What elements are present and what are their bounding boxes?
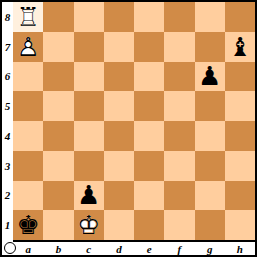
file-label-h: h xyxy=(225,242,255,255)
square-b2[interactable] xyxy=(43,181,73,211)
square-f4[interactable] xyxy=(164,121,194,151)
black-pawn-g6[interactable]: ♟ xyxy=(195,62,225,92)
white-rook-glyph: ♖ xyxy=(16,4,39,30)
square-e6[interactable] xyxy=(134,62,164,92)
file-label-c: c xyxy=(74,242,104,255)
square-b6[interactable] xyxy=(43,62,73,92)
square-f6[interactable] xyxy=(164,62,194,92)
square-b3[interactable] xyxy=(43,151,73,181)
square-h4[interactable] xyxy=(225,121,255,151)
black-king-glyph: ♚ xyxy=(16,212,39,238)
square-b7[interactable] xyxy=(43,32,73,62)
square-a4[interactable] xyxy=(13,121,43,151)
chess-diagram: ♜♖♟♙♝♟♟♚♚♔ 87654321 abcdefgh xyxy=(0,0,257,257)
white-king-glyph: ♔ xyxy=(77,212,100,238)
square-b4[interactable] xyxy=(43,121,73,151)
file-label-e: e xyxy=(134,242,164,255)
square-a1[interactable]: ♚ xyxy=(13,210,43,240)
square-e8[interactable] xyxy=(134,2,164,32)
square-d8[interactable] xyxy=(104,2,134,32)
square-c3[interactable] xyxy=(74,151,104,181)
square-d5[interactable] xyxy=(104,91,134,121)
square-c7[interactable] xyxy=(74,32,104,62)
rank-label-7: 7 xyxy=(2,32,13,62)
square-b8[interactable] xyxy=(43,2,73,32)
file-label-a: a xyxy=(13,242,43,255)
square-c1[interactable]: ♚♔ xyxy=(74,210,104,240)
square-f7[interactable] xyxy=(164,32,194,62)
square-g3[interactable] xyxy=(195,151,225,181)
rank-label-1: 1 xyxy=(2,210,13,240)
white-pawn-glyph: ♙ xyxy=(16,34,39,60)
square-h8[interactable] xyxy=(225,2,255,32)
square-f5[interactable] xyxy=(164,91,194,121)
rank-label-3: 3 xyxy=(2,151,13,181)
white-to-move-indicator xyxy=(4,242,16,254)
white-rook-a8[interactable]: ♜♖ xyxy=(13,2,43,32)
square-c6[interactable] xyxy=(74,62,104,92)
square-g8[interactable] xyxy=(195,2,225,32)
square-c2[interactable]: ♟ xyxy=(74,181,104,211)
black-pawn-c2[interactable]: ♟ xyxy=(74,181,104,211)
square-g4[interactable] xyxy=(195,121,225,151)
square-a5[interactable] xyxy=(13,91,43,121)
square-a2[interactable] xyxy=(13,181,43,211)
square-h2[interactable] xyxy=(225,181,255,211)
file-label-g: g xyxy=(195,242,225,255)
file-labels: abcdefgh xyxy=(13,242,255,255)
square-e3[interactable] xyxy=(134,151,164,181)
square-e4[interactable] xyxy=(134,121,164,151)
square-h3[interactable] xyxy=(225,151,255,181)
square-g6[interactable]: ♟ xyxy=(195,62,225,92)
square-f2[interactable] xyxy=(164,181,194,211)
square-a3[interactable] xyxy=(13,151,43,181)
square-f1[interactable] xyxy=(164,210,194,240)
black-bishop-glyph: ♝ xyxy=(228,34,251,60)
square-e2[interactable] xyxy=(134,181,164,211)
file-label-d: d xyxy=(104,242,134,255)
square-h7[interactable]: ♝ xyxy=(225,32,255,62)
rank-label-5: 5 xyxy=(2,91,13,121)
square-f8[interactable] xyxy=(164,2,194,32)
square-a8[interactable]: ♜♖ xyxy=(13,2,43,32)
square-e7[interactable] xyxy=(134,32,164,62)
white-king-c1[interactable]: ♚♔ xyxy=(74,210,104,240)
black-pawn-glyph: ♟ xyxy=(77,182,100,208)
rank-label-4: 4 xyxy=(2,121,13,151)
file-label-f: f xyxy=(164,242,194,255)
square-a7[interactable]: ♟♙ xyxy=(13,32,43,62)
square-g1[interactable] xyxy=(195,210,225,240)
square-a6[interactable] xyxy=(13,62,43,92)
square-d7[interactable] xyxy=(104,32,134,62)
board: ♜♖♟♙♝♟♟♚♚♔ xyxy=(13,2,255,242)
white-pawn-a7[interactable]: ♟♙ xyxy=(13,32,43,62)
square-d3[interactable] xyxy=(104,151,134,181)
rank-label-6: 6 xyxy=(2,62,13,92)
square-g7[interactable] xyxy=(195,32,225,62)
square-h5[interactable] xyxy=(225,91,255,121)
square-f3[interactable] xyxy=(164,151,194,181)
square-h6[interactable] xyxy=(225,62,255,92)
square-c8[interactable] xyxy=(74,2,104,32)
square-b5[interactable] xyxy=(43,91,73,121)
square-d1[interactable] xyxy=(104,210,134,240)
black-king-a1[interactable]: ♚ xyxy=(13,210,43,240)
rank-label-2: 2 xyxy=(2,181,13,211)
rank-label-8: 8 xyxy=(2,2,13,32)
square-e1[interactable] xyxy=(134,210,164,240)
square-c4[interactable] xyxy=(74,121,104,151)
square-c5[interactable] xyxy=(74,91,104,121)
square-d6[interactable] xyxy=(104,62,134,92)
square-g5[interactable] xyxy=(195,91,225,121)
square-h1[interactable] xyxy=(225,210,255,240)
square-g2[interactable] xyxy=(195,181,225,211)
black-pawn-glyph: ♟ xyxy=(198,63,221,89)
square-d2[interactable] xyxy=(104,181,134,211)
square-e5[interactable] xyxy=(134,91,164,121)
square-d4[interactable] xyxy=(104,121,134,151)
black-bishop-h7[interactable]: ♝ xyxy=(225,32,255,62)
file-label-b: b xyxy=(43,242,73,255)
square-b1[interactable] xyxy=(43,210,73,240)
rank-labels: 87654321 xyxy=(2,2,13,240)
